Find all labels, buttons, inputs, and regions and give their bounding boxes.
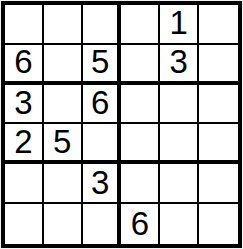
cell-r4c6[interactable] (199, 124, 238, 164)
cell-r5c4[interactable] (121, 164, 160, 204)
given-digit: 3 (170, 45, 188, 78)
cell-r3c2[interactable] (44, 85, 83, 125)
cell-r4c1[interactable]: 2 (5, 124, 44, 164)
cell-r6c1[interactable] (5, 204, 44, 244)
cell-r5c2[interactable] (44, 164, 83, 204)
cell-r4c5[interactable] (160, 124, 199, 164)
cell-r5c3[interactable]: 3 (83, 164, 122, 204)
cell-r6c2[interactable] (44, 204, 83, 244)
cell-r1c1[interactable] (5, 5, 44, 45)
cell-r3c1[interactable]: 3 (5, 85, 44, 125)
cell-r2c5[interactable]: 3 (160, 45, 199, 85)
cell-r6c5[interactable] (160, 204, 199, 244)
cell-r2c3[interactable]: 5 (83, 45, 122, 85)
given-digit: 6 (91, 86, 109, 119)
cell-r4c2[interactable]: 5 (44, 124, 83, 164)
cell-r6c3[interactable] (83, 204, 122, 244)
cell-r5c6[interactable] (199, 164, 238, 204)
cell-r3c3[interactable]: 6 (83, 85, 122, 125)
cell-r3c5[interactable] (160, 85, 199, 125)
cell-r2c1[interactable]: 6 (5, 45, 44, 85)
given-digit: 3 (91, 166, 109, 199)
cell-r2c2[interactable] (44, 45, 83, 85)
cell-r1c2[interactable] (44, 5, 83, 45)
cell-r1c4[interactable] (121, 5, 160, 45)
given-digit: 5 (91, 45, 109, 78)
given-digit: 3 (14, 86, 32, 119)
sudoku-board: 1653362536 (1, 1, 242, 248)
cell-r6c6[interactable] (199, 204, 238, 244)
given-digit: 2 (14, 125, 32, 158)
cell-r4c3[interactable] (83, 124, 122, 164)
cell-r5c5[interactable] (160, 164, 199, 204)
cell-r6c4[interactable]: 6 (121, 204, 160, 244)
cell-r3c4[interactable] (121, 85, 160, 125)
cell-r1c5[interactable]: 1 (160, 5, 199, 45)
sudoku-board-frame: 1653362536 (0, 0, 243, 249)
cell-r2c4[interactable] (121, 45, 160, 85)
given-digit: 5 (53, 125, 71, 158)
cell-r1c3[interactable] (83, 5, 122, 45)
cell-r2c6[interactable] (199, 45, 238, 85)
given-digit: 1 (170, 6, 188, 39)
given-digit: 6 (14, 45, 32, 78)
cell-r4c4[interactable] (121, 124, 160, 164)
cell-r1c6[interactable] (199, 5, 238, 45)
given-digit: 6 (131, 207, 149, 240)
cell-r3c6[interactable] (199, 85, 238, 125)
cell-r5c1[interactable] (5, 164, 44, 204)
